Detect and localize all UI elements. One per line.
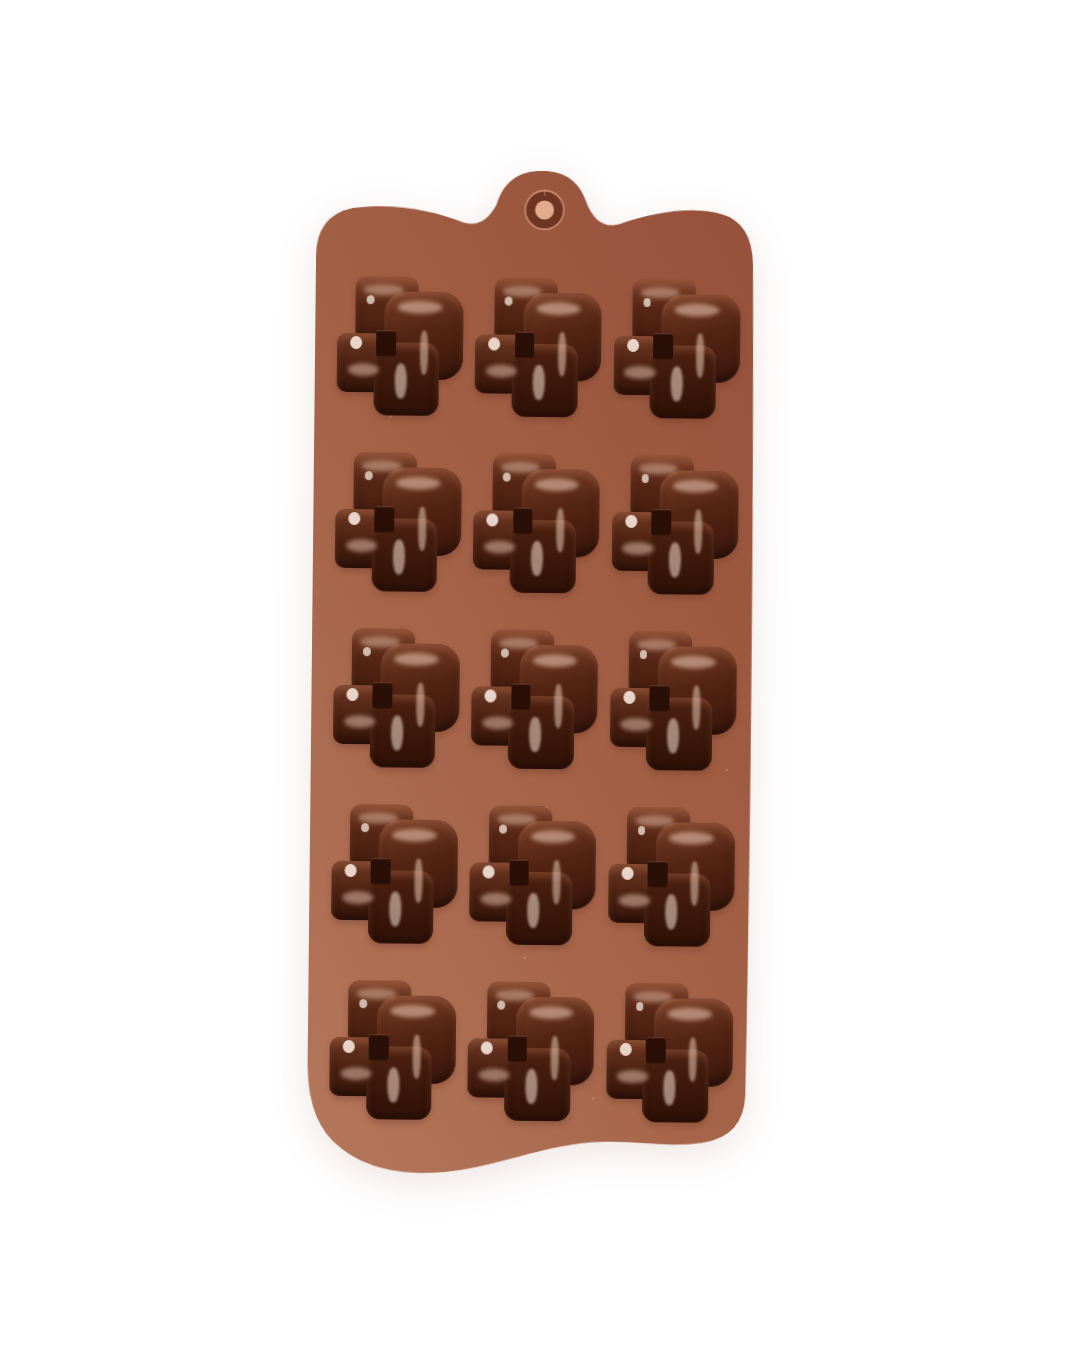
gloss-highlight [480, 892, 512, 905]
gloss-highlight [667, 718, 679, 753]
mould-cavity [333, 624, 466, 771]
gloss-highlight [551, 1037, 559, 1081]
gloss-highlight [624, 365, 656, 378]
gloss-highlight [675, 303, 720, 317]
gloss-highlight [621, 867, 633, 880]
gloss-highlight [414, 859, 422, 903]
gloss-highlight [340, 1066, 372, 1079]
gloss-highlight [554, 685, 562, 729]
gloss-highlight [344, 714, 376, 727]
mould-cavity [469, 801, 602, 948]
mould-cavity [473, 449, 606, 596]
gloss-highlight [529, 716, 541, 751]
cavity-knot-knob [513, 508, 533, 534]
cavity-knot-knob [648, 862, 668, 888]
gloss-highlight [531, 830, 576, 844]
gloss-highlight [484, 540, 516, 553]
cavity-knot-knob [509, 860, 529, 886]
mould-cavity [475, 273, 608, 420]
mould-cavity [329, 976, 462, 1123]
mould-cavity [335, 448, 468, 595]
gloss-highlight [418, 507, 426, 551]
cavity-knot-knob [651, 510, 671, 536]
gloss-highlight [486, 364, 518, 377]
mould-cavity [331, 800, 464, 947]
gloss-highlight [394, 363, 406, 398]
gloss-highlight [364, 284, 404, 296]
gloss-highlight [671, 366, 683, 401]
gloss-highlight [359, 999, 367, 1008]
mould-cavity [613, 275, 746, 422]
gloss-highlight [664, 1070, 676, 1105]
gloss-highlight [345, 538, 377, 551]
cavity-knot-knob [653, 334, 673, 360]
gloss-highlight [361, 823, 369, 832]
gloss-highlight [671, 655, 716, 669]
cavity-knot-knob [376, 331, 396, 357]
gloss-highlight [393, 539, 405, 574]
cavity-knot-knob [511, 684, 531, 710]
gloss-highlight [623, 691, 635, 704]
gloss-highlight [398, 300, 443, 314]
cavity-knot-knob [646, 1038, 666, 1064]
gloss-highlight [392, 828, 437, 842]
gloss-highlight [363, 647, 371, 656]
cavity-knot-knob [507, 1036, 527, 1062]
gloss-highlight [534, 478, 579, 492]
gloss-highlight [533, 654, 578, 668]
cavity-knot-knob [649, 686, 669, 712]
cavity-knot-knob [373, 683, 393, 709]
gloss-highlight [420, 331, 428, 375]
mould-cavity [336, 272, 469, 419]
cavity-knot-knob [375, 507, 395, 533]
gloss-highlight [620, 717, 652, 730]
gloss-highlight [625, 515, 637, 528]
gloss-highlight [556, 509, 564, 553]
mould-cavity [609, 627, 742, 774]
gloss-highlight [673, 479, 718, 493]
cavity-knot-knob [369, 1035, 389, 1061]
mould-cavity [611, 451, 744, 598]
gloss-highlight [482, 716, 514, 729]
gloss-highlight [391, 715, 403, 750]
mould-cavity [467, 977, 600, 1124]
gloss-highlight [622, 541, 654, 554]
gloss-highlight [669, 831, 714, 845]
gloss-highlight [394, 652, 439, 666]
mould-cavity [471, 625, 604, 772]
gloss-highlight [552, 861, 560, 905]
gloss-highlight [365, 472, 373, 481]
gloss-highlight [665, 894, 677, 929]
gloss-highlight [412, 1035, 420, 1079]
gloss-highlight [529, 1006, 574, 1020]
gloss-highlight [667, 1007, 712, 1021]
mould-cavity [607, 803, 740, 950]
gloss-highlight [533, 364, 545, 399]
gloss-highlight [558, 333, 566, 377]
gloss-highlight [669, 542, 681, 577]
gloss-highlight [536, 302, 581, 316]
gloss-highlight [618, 893, 650, 906]
gloss-highlight [396, 476, 441, 490]
gloss-highlight [619, 1043, 631, 1056]
gloss-highlight [358, 812, 398, 824]
cavity-knot-knob [515, 332, 535, 358]
gloss-highlight [347, 362, 379, 375]
gloss-highlight [478, 1068, 510, 1081]
gloss-highlight [391, 1004, 436, 1018]
gloss-highlight [389, 891, 401, 926]
gloss-highlight [366, 296, 374, 305]
gloss-highlight [387, 1067, 399, 1102]
gloss-highlight [416, 683, 424, 727]
gloss-highlight [617, 1069, 649, 1082]
gloss-highlight [342, 890, 374, 903]
mould-tray [292, 165, 767, 1185]
mould-cavity [606, 979, 739, 1126]
cavity-knot-knob [371, 859, 391, 885]
product-photo [0, 0, 1080, 1350]
gloss-highlight [527, 892, 539, 927]
gloss-highlight [531, 540, 543, 575]
cavity-grid [329, 272, 746, 1126]
gloss-highlight [525, 1068, 537, 1103]
gloss-highlight [627, 339, 639, 352]
